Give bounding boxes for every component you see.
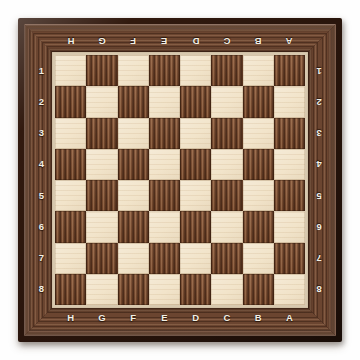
file-label-top-a: A [286,36,293,46]
square-b1[interactable] [243,55,274,86]
square-e5[interactable] [149,180,180,211]
square-g2[interactable] [86,86,117,117]
file-label-top-c: C [223,36,230,46]
square-h3[interactable] [55,118,86,149]
square-d2[interactable] [180,86,211,117]
file-label-bottom-a: A [286,313,293,323]
square-a7[interactable] [274,243,305,274]
square-g3[interactable] [86,118,117,149]
square-h6[interactable] [55,211,86,242]
rank-label-right-6: 6 [316,222,321,232]
square-g7[interactable] [86,243,117,274]
square-g1[interactable] [86,55,117,86]
square-b3[interactable] [243,118,274,149]
file-label-bottom-d: D [192,313,199,323]
square-c8[interactable] [211,274,242,305]
file-label-bottom-c: C [223,313,230,323]
square-h4[interactable] [55,149,86,180]
square-h5[interactable] [55,180,86,211]
square-f1[interactable] [118,55,149,86]
square-b6[interactable] [243,211,274,242]
square-e4[interactable] [149,149,180,180]
rank-label-left-4: 4 [39,160,44,170]
square-c2[interactable] [211,86,242,117]
file-label-top-b: B [255,36,262,46]
square-b5[interactable] [243,180,274,211]
file-label-top-g: G [98,36,105,46]
rank-label-left-5: 5 [39,191,44,201]
square-g4[interactable] [86,149,117,180]
file-label-bottom-g: G [98,313,105,323]
square-g6[interactable] [86,211,117,242]
square-c1[interactable] [211,55,242,86]
square-c3[interactable] [211,118,242,149]
file-label-bottom-f: F [130,313,136,323]
file-label-top-h: H [67,36,74,46]
square-a1[interactable] [274,55,305,86]
rank-label-left-8: 8 [39,285,44,295]
file-label-bottom-h: H [67,313,74,323]
square-h8[interactable] [55,274,86,305]
square-a5[interactable] [274,180,305,211]
rank-label-right-8: 8 [316,285,321,295]
square-e3[interactable] [149,118,180,149]
square-f2[interactable] [118,86,149,117]
square-g8[interactable] [86,274,117,305]
square-b8[interactable] [243,274,274,305]
square-e7[interactable] [149,243,180,274]
rank-label-right-4: 4 [316,160,321,170]
rank-label-right-5: 5 [316,191,321,201]
square-h2[interactable] [55,86,86,117]
square-a6[interactable] [274,211,305,242]
square-c4[interactable] [211,149,242,180]
square-d7[interactable] [180,243,211,274]
square-b7[interactable] [243,243,274,274]
square-e1[interactable] [149,55,180,86]
photo-background: HGFEDCBAHGFEDCBA1234567812345678 [0,0,360,360]
square-f4[interactable] [118,149,149,180]
square-h7[interactable] [55,243,86,274]
square-d1[interactable] [180,55,211,86]
square-e2[interactable] [149,86,180,117]
squares-grid [55,55,305,305]
rank-label-right-7: 7 [316,253,321,263]
square-a2[interactable] [274,86,305,117]
rank-label-left-6: 6 [39,222,44,232]
square-e8[interactable] [149,274,180,305]
rank-label-right-3: 3 [316,128,321,138]
square-g5[interactable] [86,180,117,211]
square-f6[interactable] [118,211,149,242]
square-c5[interactable] [211,180,242,211]
chess-board: HGFEDCBAHGFEDCBA1234567812345678 [18,18,342,342]
square-h1[interactable] [55,55,86,86]
square-b2[interactable] [243,86,274,117]
square-d4[interactable] [180,149,211,180]
square-d8[interactable] [180,274,211,305]
file-label-top-f: F [130,36,136,46]
square-c6[interactable] [211,211,242,242]
square-f7[interactable] [118,243,149,274]
file-label-top-e: E [161,36,167,46]
rank-label-left-3: 3 [39,128,44,138]
square-c7[interactable] [211,243,242,274]
square-b4[interactable] [243,149,274,180]
file-label-bottom-b: B [255,313,262,323]
square-f5[interactable] [118,180,149,211]
square-a4[interactable] [274,149,305,180]
square-a8[interactable] [274,274,305,305]
rank-label-left-1: 1 [39,66,44,76]
square-a3[interactable] [274,118,305,149]
square-d5[interactable] [180,180,211,211]
rank-label-right-1: 1 [316,66,321,76]
board-frame-right [308,24,336,336]
square-f3[interactable] [118,118,149,149]
square-f8[interactable] [118,274,149,305]
square-d6[interactable] [180,211,211,242]
rank-label-left-2: 2 [39,97,44,107]
rank-label-left-7: 7 [39,253,44,263]
square-d3[interactable] [180,118,211,149]
square-e6[interactable] [149,211,180,242]
file-label-bottom-e: E [161,313,167,323]
file-label-top-d: D [192,36,199,46]
rank-label-right-2: 2 [316,97,321,107]
